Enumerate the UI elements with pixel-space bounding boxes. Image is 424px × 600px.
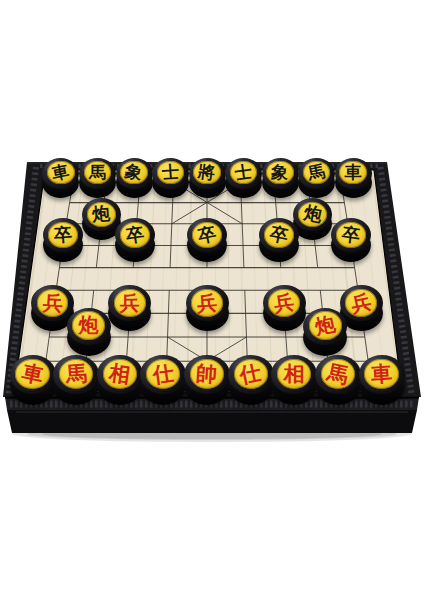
piece-black-soldier[interactable]: 卒 bbox=[115, 218, 155, 262]
piece-black-soldier[interactable]: 卒 bbox=[43, 218, 83, 262]
piece-face: 車 bbox=[47, 161, 74, 185]
piece-character: 車 bbox=[20, 362, 45, 387]
piece-face: 車 bbox=[339, 161, 366, 185]
piece-face: 馬 bbox=[59, 359, 93, 389]
piece-face: 炮 bbox=[298, 202, 327, 227]
piece-red-soldier[interactable]: 兵 bbox=[263, 285, 306, 331]
piece-face: 卒 bbox=[264, 222, 294, 248]
piece-black-advisor[interactable]: 士 bbox=[152, 158, 189, 198]
piece-face: 炮 bbox=[309, 311, 342, 339]
piece-face: 馬 bbox=[84, 161, 111, 185]
xiangqi-set-photo: 車馬象士將士象馬車炮炮卒卒卒卒卒兵兵兵兵兵炮炮車馬相仕帥仕相馬車 bbox=[0, 0, 424, 600]
piece-red-cannon[interactable]: 炮 bbox=[67, 308, 111, 356]
piece-disc-top: 卒 bbox=[43, 218, 83, 252]
piece-disc-top: 將 bbox=[189, 158, 226, 189]
piece-character: 炮 bbox=[314, 314, 338, 338]
piece-character: 士 bbox=[234, 163, 253, 182]
piece-disc-top: 相 bbox=[97, 355, 143, 394]
piece-character: 士 bbox=[161, 163, 179, 181]
piece-black-soldier[interactable]: 卒 bbox=[331, 218, 371, 262]
piece-face: 馬 bbox=[321, 359, 355, 389]
piece-red-elephant[interactable]: 相 bbox=[97, 355, 143, 405]
piece-red-elephant[interactable]: 相 bbox=[271, 355, 317, 405]
piece-face: 卒 bbox=[120, 222, 150, 248]
piece-face: 馬 bbox=[303, 161, 330, 185]
piece-disc-top: 象 bbox=[116, 158, 153, 189]
piece-red-horse[interactable]: 馬 bbox=[53, 355, 99, 405]
piece-character: 相 bbox=[108, 362, 132, 386]
piece-face: 炮 bbox=[72, 311, 105, 339]
piece-face: 兵 bbox=[268, 289, 300, 317]
piece-disc-top: 士 bbox=[225, 158, 262, 189]
piece-red-horse[interactable]: 馬 bbox=[315, 355, 361, 405]
piece-face: 兵 bbox=[345, 289, 377, 317]
piece-disc-top: 兵 bbox=[186, 285, 229, 321]
piece-red-advisor[interactable]: 仕 bbox=[228, 355, 274, 405]
piece-face: 兵 bbox=[114, 289, 146, 317]
piece-character: 仕 bbox=[152, 362, 176, 386]
piece-disc-top: 兵 bbox=[263, 285, 306, 321]
piece-black-horse[interactable]: 馬 bbox=[79, 158, 116, 198]
piece-face: 車 bbox=[364, 359, 398, 389]
piece-character: 卒 bbox=[125, 225, 145, 245]
piece-disc-top: 仕 bbox=[228, 355, 274, 394]
piece-black-chariot[interactable]: 車 bbox=[42, 158, 79, 198]
piece-character: 炮 bbox=[92, 205, 111, 224]
piece-character: 象 bbox=[271, 163, 289, 181]
piece-red-general[interactable]: 帥 bbox=[184, 355, 230, 405]
piece-character: 馬 bbox=[89, 164, 106, 181]
piece-character: 車 bbox=[370, 363, 392, 385]
piece-character: 炮 bbox=[79, 315, 99, 335]
piece-disc-top: 馬 bbox=[298, 158, 335, 189]
piece-character: 兵 bbox=[196, 292, 217, 313]
piece-face: 將 bbox=[193, 161, 220, 185]
piece-character: 兵 bbox=[120, 293, 140, 313]
piece-character: 相 bbox=[284, 364, 305, 385]
piece-face: 兵 bbox=[37, 289, 69, 317]
piece-face: 卒 bbox=[48, 222, 78, 248]
piece-face: 象 bbox=[120, 161, 147, 185]
piece-face: 卒 bbox=[192, 222, 222, 248]
piece-face: 炮 bbox=[87, 202, 116, 227]
piece-character: 馬 bbox=[65, 363, 87, 385]
piece-disc-top: 馬 bbox=[79, 158, 116, 189]
piece-red-chariot[interactable]: 車 bbox=[359, 355, 405, 405]
piece-black-chariot[interactable]: 車 bbox=[335, 158, 372, 198]
piece-disc-top: 車 bbox=[335, 158, 372, 189]
piece-character: 車 bbox=[345, 164, 362, 181]
piece-character: 象 bbox=[124, 162, 144, 182]
piece-face: 兵 bbox=[191, 289, 223, 317]
piece-black-elephant[interactable]: 象 bbox=[116, 158, 153, 198]
piece-face: 士 bbox=[157, 161, 184, 185]
piece-character: 將 bbox=[197, 163, 216, 182]
piece-face: 象 bbox=[266, 161, 293, 185]
piece-red-chariot[interactable]: 車 bbox=[10, 355, 56, 405]
piece-character: 卒 bbox=[196, 224, 217, 245]
piece-black-horse[interactable]: 馬 bbox=[298, 158, 335, 198]
piece-disc-top: 炮 bbox=[303, 308, 347, 345]
piece-face: 仕 bbox=[146, 359, 180, 389]
piece-disc-top: 象 bbox=[262, 158, 299, 189]
piece-character: 炮 bbox=[302, 204, 323, 225]
piece-face: 仕 bbox=[234, 359, 268, 389]
piece-disc-top: 車 bbox=[42, 158, 79, 189]
piece-face: 卒 bbox=[336, 222, 366, 248]
piece-red-soldier[interactable]: 兵 bbox=[186, 285, 229, 331]
piece-disc-top: 車 bbox=[359, 355, 405, 394]
piece-face: 帥 bbox=[190, 359, 224, 389]
piece-character: 仕 bbox=[238, 362, 263, 387]
piece-face: 車 bbox=[15, 359, 49, 389]
piece-character: 馬 bbox=[306, 162, 326, 182]
piece-character: 帥 bbox=[196, 363, 218, 385]
piece-red-soldier[interactable]: 兵 bbox=[108, 285, 151, 331]
piece-character: 卒 bbox=[341, 225, 361, 245]
piece-character: 兵 bbox=[273, 292, 296, 315]
piece-black-soldier[interactable]: 卒 bbox=[187, 218, 227, 262]
piece-black-soldier[interactable]: 卒 bbox=[259, 218, 299, 262]
piece-black-advisor[interactable]: 士 bbox=[225, 158, 262, 198]
piece-disc-top: 炮 bbox=[67, 308, 111, 345]
piece-face: 相 bbox=[103, 359, 137, 389]
piece-black-general[interactable]: 將 bbox=[189, 158, 226, 198]
piece-character: 兵 bbox=[42, 292, 63, 313]
piece-face: 士 bbox=[230, 161, 257, 185]
piece-disc-top: 士 bbox=[152, 158, 189, 189]
piece-character: 卒 bbox=[53, 225, 72, 244]
piece-disc-top: 車 bbox=[10, 355, 56, 394]
piece-character: 兵 bbox=[350, 291, 374, 315]
piece-character: 車 bbox=[51, 162, 71, 182]
piece-character: 卒 bbox=[268, 224, 289, 245]
piece-black-elephant[interactable]: 象 bbox=[262, 158, 299, 198]
piece-character: 馬 bbox=[325, 362, 350, 387]
piece-red-cannon[interactable]: 炮 bbox=[303, 308, 347, 356]
piece-face: 相 bbox=[277, 359, 311, 389]
pieces-layer: 車馬象士將士象馬車炮炮卒卒卒卒卒兵兵兵兵兵炮炮車馬相仕帥仕相馬車 bbox=[0, 0, 424, 600]
piece-red-advisor[interactable]: 仕 bbox=[140, 355, 186, 405]
